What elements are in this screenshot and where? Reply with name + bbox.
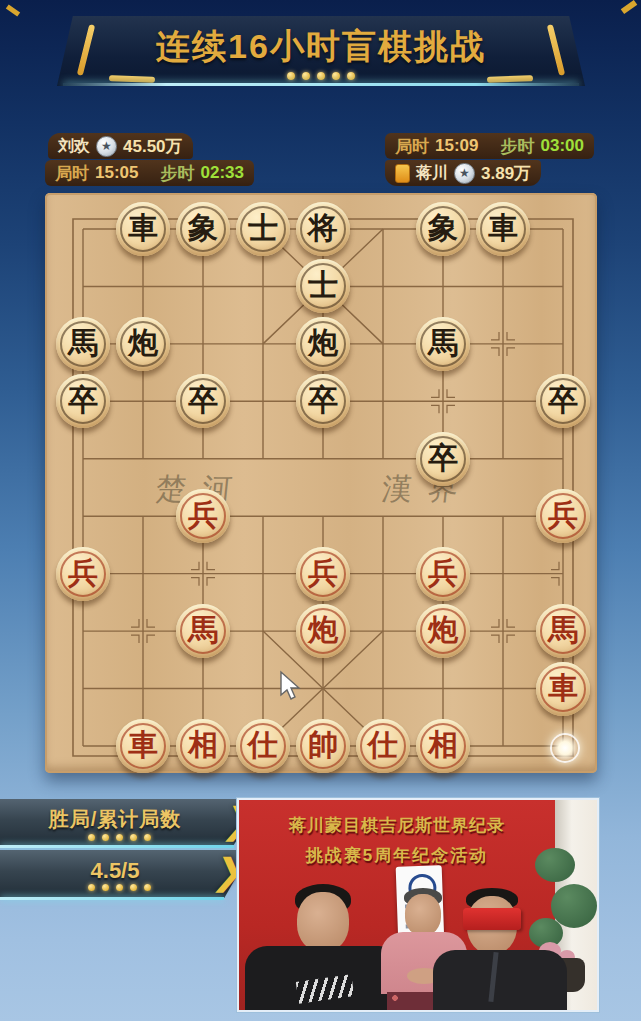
piece-glyph: 車 [128, 730, 158, 760]
piece-red-cannon[interactable]: 炮 [296, 604, 350, 658]
piece-glyph: 炮 [128, 328, 158, 358]
piece-black-horse[interactable]: 馬 [416, 317, 470, 371]
piece-black-general[interactable]: 将 [296, 202, 350, 256]
piece-black-soldier[interactable]: 卒 [176, 374, 230, 428]
piece-red-soldier[interactable]: 兵 [56, 547, 110, 601]
xiangqi-board[interactable]: 楚河 漢界 車象士将象車士馬炮炮馬卒卒卒卒卒兵兵兵兵兵馬炮炮馬車車相仕帥仕相 [45, 193, 597, 773]
player-right-move-time: 03:00 [540, 136, 583, 156]
piece-glyph: 仕 [368, 730, 398, 760]
rank-badge-icon [395, 164, 410, 183]
piece-red-elephant[interactable]: 相 [416, 719, 470, 773]
piece-black-soldier[interactable]: 卒 [56, 374, 110, 428]
piece-glyph: 相 [428, 730, 458, 760]
piece-glyph: 車 [488, 213, 518, 243]
video-caption-line1: 蒋川蒙目棋吉尼斯世界纪录 [239, 814, 555, 837]
piece-red-soldier[interactable]: 兵 [296, 547, 350, 601]
piece-black-chariot[interactable]: 車 [116, 202, 170, 256]
piece-glyph: 炮 [308, 328, 338, 358]
piece-glyph: 車 [548, 673, 578, 703]
piece-glyph: 兵 [188, 500, 218, 530]
piece-black-cannon[interactable]: 炮 [296, 317, 350, 371]
stats-glow-line [0, 897, 224, 900]
piece-red-general[interactable]: 帥 [296, 719, 350, 773]
piece-glyph: 馬 [548, 615, 578, 645]
coin-icon: ★ [96, 136, 117, 157]
piece-red-chariot[interactable]: 車 [536, 662, 590, 716]
piece-black-chariot[interactable]: 車 [476, 202, 530, 256]
piece-glyph: 兵 [548, 500, 578, 530]
video-caption-line2: 挑战赛5周年纪念活动 [239, 844, 555, 867]
player-right-name: 蒋川 [416, 163, 448, 184]
stats-dots [88, 834, 151, 841]
move-time-label: 步时 [500, 135, 534, 158]
piece-glyph: 卒 [188, 385, 218, 415]
banner-accent-icon [109, 75, 155, 83]
piece-red-soldier[interactable]: 兵 [536, 489, 590, 543]
page-title: 连续16小时盲棋挑战 [57, 24, 585, 70]
piece-red-soldier[interactable]: 兵 [416, 547, 470, 601]
piece-black-horse[interactable]: 馬 [56, 317, 110, 371]
video-feed: 蒋川蒙目棋吉尼斯世界纪录 挑战赛5周年纪念活动 [237, 798, 599, 1012]
piece-black-elephant[interactable]: 象 [416, 202, 470, 256]
piece-red-advisor[interactable]: 仕 [356, 719, 410, 773]
piece-glyph: 車 [128, 213, 158, 243]
piece-glyph: 馬 [68, 328, 98, 358]
piece-glyph: 兵 [428, 558, 458, 588]
player-right-game-time: 15:09 [435, 136, 478, 156]
piece-glyph: 卒 [308, 385, 338, 415]
move-time-label: 步时 [160, 162, 194, 185]
title-banner: 连续16小时盲棋挑战 [57, 16, 585, 86]
player-left-name: 刘欢 [58, 136, 90, 157]
corner-accent-icon [621, 0, 638, 14]
piece-red-chariot[interactable]: 車 [116, 719, 170, 773]
piece-glyph: 仕 [248, 730, 278, 760]
player-left-time-row: 局时 15:05 步时 02:33 [45, 160, 254, 186]
coin-icon: ★ [454, 163, 475, 184]
game-time-label: 局时 [55, 162, 89, 185]
piece-black-soldier[interactable]: 卒 [296, 374, 350, 428]
player-left-coins: 45.50万 [123, 135, 183, 158]
piece-red-horse[interactable]: 馬 [176, 604, 230, 658]
piece-glyph: 馬 [188, 615, 218, 645]
piece-glyph: 兵 [68, 558, 98, 588]
stats-glow-line [0, 845, 234, 848]
corner-accent-icon [6, 4, 20, 16]
piece-glyph: 炮 [308, 615, 338, 645]
piece-red-cannon[interactable]: 炮 [416, 604, 470, 658]
piece-black-soldier[interactable]: 卒 [536, 374, 590, 428]
piece-black-advisor[interactable]: 士 [236, 202, 290, 256]
piece-glyph: 将 [308, 213, 338, 243]
player-left-name-row: 刘欢 ★ 45.50万 [48, 133, 193, 159]
piece-red-elephant[interactable]: 相 [176, 719, 230, 773]
player-right-name-row: 蒋川 ★ 3.89万 [385, 160, 541, 186]
piece-glyph: 卒 [428, 443, 458, 473]
title-dots [287, 72, 355, 80]
app-root: 连续16小时盲棋挑战 刘欢 ★ 45.50万 局时 15:05 步时 02:33… [0, 0, 641, 1021]
piece-glyph: 馬 [428, 328, 458, 358]
piece-glyph: 兵 [308, 558, 338, 588]
piece-glyph: 相 [188, 730, 218, 760]
player-left-move-time: 02:33 [200, 163, 243, 183]
player-left-game-time: 15:05 [95, 163, 138, 183]
piece-glyph: 帥 [308, 730, 338, 760]
piece-glyph: 象 [188, 213, 218, 243]
piece-glyph: 卒 [548, 385, 578, 415]
piece-glyph: 卒 [68, 385, 98, 415]
player-right-coins: 3.89万 [481, 162, 531, 185]
piece-black-cannon[interactable]: 炮 [116, 317, 170, 371]
mouse-cursor-icon [278, 670, 302, 702]
piece-red-advisor[interactable]: 仕 [236, 719, 290, 773]
red-blindfold [463, 908, 521, 930]
piece-glyph: 炮 [428, 615, 458, 645]
stats-label: 胜局/累计局数 [0, 806, 230, 833]
banner-bottom-glow [63, 83, 579, 86]
piece-black-soldier[interactable]: 卒 [416, 432, 470, 486]
piece-red-horse[interactable]: 馬 [536, 604, 590, 658]
game-time-label: 局时 [395, 135, 429, 158]
piece-black-elephant[interactable]: 象 [176, 202, 230, 256]
piece-glyph: 士 [248, 213, 278, 243]
banner-accent-icon [487, 75, 533, 83]
stats-dots [88, 884, 151, 891]
player-right-time-row: 局时 15:09 步时 03:00 [385, 133, 594, 159]
piece-glyph: 象 [428, 213, 458, 243]
piece-red-soldier[interactable]: 兵 [176, 489, 230, 543]
last-move-marker [550, 733, 580, 763]
piece-glyph: 士 [308, 270, 338, 300]
stats-value: 4.5/5 [0, 858, 230, 884]
